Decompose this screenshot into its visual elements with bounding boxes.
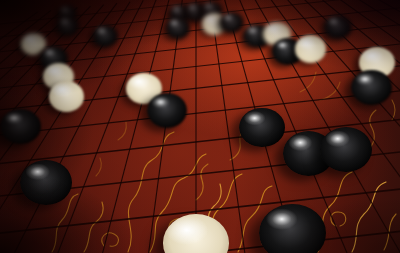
stone-black[interactable] [20, 160, 72, 205]
stone-black[interactable] [259, 204, 326, 253]
stone-black[interactable] [220, 12, 245, 34]
stone-black[interactable] [351, 70, 391, 105]
stone-black[interactable] [324, 15, 352, 39]
stone-black[interactable] [147, 93, 187, 128]
stone-white[interactable] [49, 81, 85, 112]
stone-black[interactable] [0, 109, 40, 144]
stone-black[interactable] [239, 108, 285, 148]
stone-white[interactable] [163, 214, 230, 253]
stone-white[interactable] [295, 35, 327, 63]
go-board-photo [0, 0, 400, 253]
stone-black[interactable] [93, 25, 118, 47]
stone-black[interactable] [320, 127, 372, 172]
stone-black[interactable] [166, 17, 191, 39]
stone-black[interactable] [57, 16, 79, 35]
stones-layer [0, 0, 400, 253]
